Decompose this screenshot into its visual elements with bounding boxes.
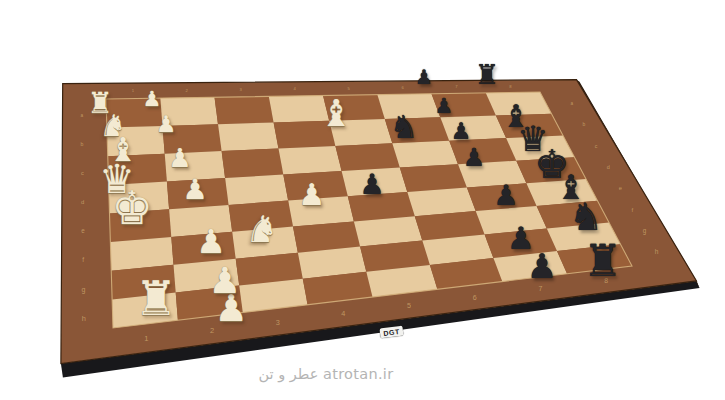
piece-black-knight-c6[interactable]: ♞ (390, 111, 419, 143)
coord-label: 5 (407, 301, 411, 310)
piece-white-pawn-a2[interactable]: ♟ (143, 89, 162, 110)
piece-white-king-e1[interactable]: ♚ (111, 185, 152, 231)
coord-label: d (607, 164, 610, 170)
square-d3[interactable] (225, 175, 288, 205)
coord-label: g (643, 227, 647, 235)
piece-black-pawn-e5[interactable]: ♟ (359, 171, 384, 199)
watermark-caption: عطر و تن atrotan.ir (0, 366, 652, 382)
piece-white-pawn-b2[interactable]: ♟ (156, 113, 177, 136)
piece-black-pawn-b7[interactable]: ♟ (435, 96, 454, 117)
coord-label: 1 (144, 334, 148, 343)
coord-label: 4 (341, 309, 345, 318)
piece-white-pawn-c2[interactable]: ♟ (168, 145, 191, 171)
coord-label: b (81, 141, 84, 147)
coord-label: a (80, 113, 83, 118)
coord-label: a (571, 101, 574, 106)
piece-black-rook-h8[interactable]: ♜ (583, 239, 622, 283)
watermark-persian: عطر و تن (259, 366, 319, 382)
coord-label: e (619, 185, 622, 191)
piece-white-bishop-b5[interactable]: ♝ (319, 95, 352, 132)
coord-label: f (82, 256, 84, 263)
piece-black-pawn-h7[interactable]: ♟ (527, 249, 557, 283)
coord-label: h (82, 314, 86, 323)
square-c4[interactable] (279, 146, 342, 175)
piece-white-pawn-f2[interactable]: ♟ (196, 225, 226, 258)
piece-black-pawn-d7[interactable]: ♟ (463, 145, 485, 170)
coord-label: b (583, 121, 586, 127)
coord-label: e (81, 227, 85, 234)
piece-black-rook-a8[interactable]: ♜ (475, 61, 499, 88)
square-b3[interactable] (218, 122, 279, 151)
piece-white-pawn-e4[interactable]: ♟ (299, 180, 326, 210)
piece-white-pawn-g2[interactable]: ♟ (209, 263, 241, 299)
piece-white-rook-h1[interactable]: ♜ (134, 274, 177, 322)
coord-label: g (81, 286, 85, 294)
square-d6[interactable] (400, 164, 467, 192)
piece-white-pawn-d2[interactable]: ♟ (182, 176, 207, 204)
coord-label: d (81, 199, 84, 205)
piece-black-knight-g8[interactable]: ♞ (569, 198, 603, 236)
square-a3[interactable] (215, 96, 274, 124)
page: { "game": "chess", "scene": "Wooden DGT … (0, 0, 725, 400)
piece-black-pawn-a7[interactable]: ♟ (415, 67, 433, 87)
watermark-site: atrotan.ir (323, 366, 393, 382)
coord-label: h (655, 248, 659, 255)
chess-board[interactable]: aabbccddeeffgghh1122334455667788 ♜♞♝♛♚♜♟… (0, 0, 725, 400)
coord-label: 3 (276, 318, 280, 327)
piece-black-pawn-c7[interactable]: ♟ (451, 120, 472, 143)
piece-white-knight-f3[interactable]: ♞ (245, 211, 278, 248)
coord-label: 7 (538, 285, 542, 292)
coord-label: c (81, 170, 84, 176)
coord-label: 6 (473, 294, 477, 302)
square-c3[interactable] (222, 149, 284, 179)
piece-black-pawn-f7[interactable]: ♟ (493, 182, 518, 210)
coord-label: c (595, 143, 598, 149)
